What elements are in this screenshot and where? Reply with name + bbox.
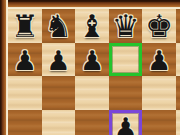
square-a7[interactable]: ♟ xyxy=(8,43,42,77)
square-f5[interactable] xyxy=(176,110,180,135)
square-d8[interactable]: ♛ xyxy=(109,9,143,43)
square-a8[interactable]: ♜ xyxy=(8,9,42,43)
board-frame-left xyxy=(0,0,8,135)
chess-board: ♜♞♝♛♚♟♟♟♟♟ xyxy=(8,9,180,135)
square-e8[interactable]: ♚ xyxy=(142,9,176,43)
black-rook-icon: ♜ xyxy=(11,9,39,42)
square-c5[interactable] xyxy=(75,110,109,135)
chess-game-viewport: ♜♞♝♛♚♟♟♟♟♟ xyxy=(0,0,180,135)
square-b5[interactable] xyxy=(42,110,76,135)
square-d5[interactable]: ♟ xyxy=(109,110,143,135)
square-a5[interactable] xyxy=(8,110,42,135)
square-d6[interactable] xyxy=(109,76,143,110)
square-c6[interactable] xyxy=(75,76,109,110)
square-f6[interactable] xyxy=(176,76,180,110)
black-pawn-icon: ♟ xyxy=(46,45,70,74)
square-e5[interactable] xyxy=(142,110,176,135)
black-king-icon: ♚ xyxy=(145,9,173,42)
square-b6[interactable] xyxy=(42,76,76,110)
square-e7[interactable]: ♟ xyxy=(142,43,176,77)
black-queen-icon: ♛ xyxy=(112,9,140,42)
board-frame-top xyxy=(0,0,180,9)
black-bishop-icon: ♝ xyxy=(78,9,106,42)
black-pawn-icon: ♟ xyxy=(13,45,37,74)
square-c7[interactable]: ♟ xyxy=(75,43,109,77)
square-f7[interactable] xyxy=(176,43,180,77)
square-f8[interactable] xyxy=(176,9,180,43)
square-b7[interactable]: ♟ xyxy=(42,43,76,77)
square-a6[interactable] xyxy=(8,76,42,110)
square-b8[interactable]: ♞ xyxy=(42,9,76,43)
black-pawn-icon: ♟ xyxy=(80,45,104,74)
black-knight-icon: ♞ xyxy=(44,9,72,42)
black-pawn-icon: ♟ xyxy=(147,45,171,74)
square-c8[interactable]: ♝ xyxy=(75,9,109,43)
black-pawn-icon: ♟ xyxy=(113,112,137,135)
square-e6[interactable] xyxy=(142,76,176,110)
square-d7[interactable] xyxy=(109,43,143,77)
